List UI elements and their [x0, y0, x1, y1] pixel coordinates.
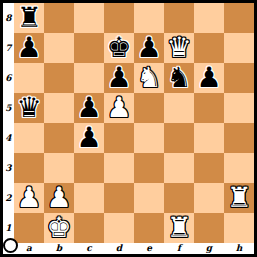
piece-black-pawn[interactable]: ♟ [134, 33, 164, 63]
square-f4[interactable] [164, 123, 194, 153]
square-d3[interactable] [104, 153, 134, 183]
piece-white-pawn[interactable]: ♟ [44, 183, 74, 213]
rank-label-8: 8 [3, 3, 14, 33]
file-label-d: d [104, 243, 134, 254]
square-c3[interactable] [74, 153, 104, 183]
square-b6[interactable] [44, 63, 74, 93]
rank-labels: 87654321 [3, 3, 14, 243]
square-d1[interactable] [104, 213, 134, 243]
square-b3[interactable] [44, 153, 74, 183]
chess-diagram: 87654321 ♜♟♚♟♛♟♞♞♟♛♟♟♟♟♟♜♚♜ abcdefgh [0, 0, 257, 257]
square-b2[interactable]: ♟ [44, 183, 74, 213]
piece-black-pawn[interactable]: ♟ [104, 63, 134, 93]
square-a7[interactable]: ♟ [14, 33, 44, 63]
square-e3[interactable] [134, 153, 164, 183]
square-d8[interactable] [104, 3, 134, 33]
piece-black-knight[interactable]: ♞ [164, 63, 194, 93]
piece-white-king[interactable]: ♚ [44, 213, 74, 243]
square-b8[interactable] [44, 3, 74, 33]
square-e8[interactable] [134, 3, 164, 33]
file-labels: abcdefgh [14, 243, 254, 254]
square-g8[interactable] [194, 3, 224, 33]
piece-black-queen[interactable]: ♛ [14, 93, 44, 123]
square-h7[interactable] [224, 33, 254, 63]
square-d6[interactable]: ♟ [104, 63, 134, 93]
square-e6[interactable]: ♞ [134, 63, 164, 93]
diagram-inner: 87654321 ♜♟♚♟♛♟♞♞♟♛♟♟♟♟♟♜♚♜ abcdefgh [3, 3, 254, 254]
piece-white-pawn[interactable]: ♟ [14, 183, 44, 213]
square-g4[interactable] [194, 123, 224, 153]
square-g5[interactable] [194, 93, 224, 123]
square-a6[interactable] [14, 63, 44, 93]
square-h5[interactable] [224, 93, 254, 123]
square-h1[interactable] [224, 213, 254, 243]
square-e1[interactable] [134, 213, 164, 243]
square-f2[interactable] [164, 183, 194, 213]
file-label-a: a [14, 243, 44, 254]
square-a5[interactable]: ♛ [14, 93, 44, 123]
square-b4[interactable] [44, 123, 74, 153]
square-h4[interactable] [224, 123, 254, 153]
square-b5[interactable] [44, 93, 74, 123]
square-d4[interactable] [104, 123, 134, 153]
square-c7[interactable] [74, 33, 104, 63]
square-c8[interactable] [74, 3, 104, 33]
piece-black-king[interactable]: ♚ [104, 33, 134, 63]
square-e7[interactable]: ♟ [134, 33, 164, 63]
square-a2[interactable]: ♟ [14, 183, 44, 213]
piece-white-rook[interactable]: ♜ [164, 213, 194, 243]
square-b1[interactable]: ♚ [44, 213, 74, 243]
square-a1[interactable] [14, 213, 44, 243]
side-to-move-indicator [3, 238, 18, 253]
piece-white-knight[interactable]: ♞ [134, 63, 164, 93]
piece-white-rook[interactable]: ♜ [224, 183, 254, 213]
square-c4[interactable]: ♟ [74, 123, 104, 153]
square-d2[interactable] [104, 183, 134, 213]
file-label-f: f [164, 243, 194, 254]
square-c2[interactable] [74, 183, 104, 213]
square-c6[interactable] [74, 63, 104, 93]
square-e4[interactable] [134, 123, 164, 153]
rank-label-5: 5 [3, 93, 14, 123]
piece-black-pawn[interactable]: ♟ [194, 63, 224, 93]
chess-board: ♜♟♚♟♛♟♞♞♟♛♟♟♟♟♟♜♚♜ [14, 3, 254, 243]
square-f5[interactable] [164, 93, 194, 123]
square-h3[interactable] [224, 153, 254, 183]
square-f7[interactable]: ♛ [164, 33, 194, 63]
square-f6[interactable]: ♞ [164, 63, 194, 93]
square-c5[interactable]: ♟ [74, 93, 104, 123]
piece-white-queen[interactable]: ♛ [164, 33, 194, 63]
square-f8[interactable] [164, 3, 194, 33]
square-h8[interactable] [224, 3, 254, 33]
piece-white-pawn[interactable]: ♟ [104, 93, 134, 123]
piece-black-pawn[interactable]: ♟ [74, 123, 104, 153]
square-e5[interactable] [134, 93, 164, 123]
square-g7[interactable] [194, 33, 224, 63]
file-label-c: c [74, 243, 104, 254]
rank-label-6: 6 [3, 63, 14, 93]
file-label-g: g [194, 243, 224, 254]
file-label-b: b [44, 243, 74, 254]
square-a3[interactable] [14, 153, 44, 183]
square-e2[interactable] [134, 183, 164, 213]
square-g6[interactable]: ♟ [194, 63, 224, 93]
piece-black-pawn[interactable]: ♟ [14, 33, 44, 63]
file-label-e: e [134, 243, 164, 254]
square-d5[interactable]: ♟ [104, 93, 134, 123]
square-h6[interactable] [224, 63, 254, 93]
square-f3[interactable] [164, 153, 194, 183]
square-a8[interactable]: ♜ [14, 3, 44, 33]
square-f1[interactable]: ♜ [164, 213, 194, 243]
rank-label-3: 3 [3, 153, 14, 183]
square-b7[interactable] [44, 33, 74, 63]
square-a4[interactable] [14, 123, 44, 153]
file-label-h: h [224, 243, 254, 254]
square-g1[interactable] [194, 213, 224, 243]
rank-label-2: 2 [3, 183, 14, 213]
piece-black-pawn[interactable]: ♟ [74, 93, 104, 123]
square-c1[interactable] [74, 213, 104, 243]
square-d7[interactable]: ♚ [104, 33, 134, 63]
square-g2[interactable] [194, 183, 224, 213]
rank-label-7: 7 [3, 33, 14, 63]
piece-black-rook[interactable]: ♜ [14, 3, 44, 33]
rank-label-4: 4 [3, 123, 14, 153]
square-g3[interactable] [194, 153, 224, 183]
square-h2[interactable]: ♜ [224, 183, 254, 213]
